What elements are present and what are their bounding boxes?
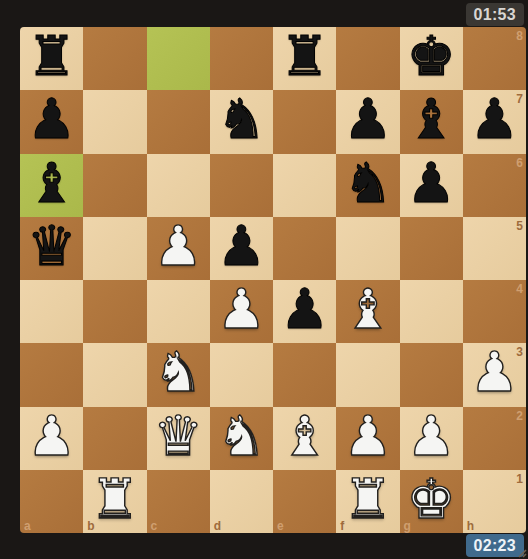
square-h5[interactable]: 5 [463, 217, 526, 280]
piece-white-bishop[interactable]: ♝ [273, 405, 336, 468]
square-h1[interactable]: 1h [463, 470, 526, 533]
square-g3[interactable] [400, 343, 463, 406]
square-e4[interactable]: ♟ [273, 280, 336, 343]
piece-white-pawn[interactable]: ♟ [20, 405, 83, 468]
piece-white-pawn[interactable]: ♟ [400, 405, 463, 468]
square-e3[interactable] [273, 343, 336, 406]
square-g4[interactable] [400, 280, 463, 343]
piece-black-king[interactable]: ♚ [400, 27, 463, 88]
piece-white-knight[interactable]: ♞ [210, 405, 273, 468]
square-b2[interactable] [83, 407, 146, 470]
piece-black-rook[interactable]: ♜ [20, 27, 83, 88]
piece-white-rook[interactable]: ♜ [336, 468, 399, 531]
square-d4[interactable]: ♟ [210, 280, 273, 343]
piece-white-bishop[interactable]: ♝ [336, 278, 399, 341]
square-f1[interactable]: ♜f [336, 470, 399, 533]
file-label-d: d [214, 519, 221, 533]
square-g6[interactable]: ♟ [400, 154, 463, 217]
square-f7[interactable]: ♟ [336, 90, 399, 153]
piece-black-pawn[interactable]: ♟ [336, 88, 399, 151]
piece-black-pawn[interactable]: ♟ [400, 152, 463, 215]
square-g7[interactable]: ♝ [400, 90, 463, 153]
square-g8[interactable]: ♚ [400, 27, 463, 90]
rank-label-5: 5 [516, 219, 523, 233]
piece-black-knight[interactable]: ♞ [210, 88, 273, 151]
square-c3[interactable]: ♞ [147, 343, 210, 406]
square-e1[interactable]: e [273, 470, 336, 533]
square-f3[interactable] [336, 343, 399, 406]
file-label-f: f [340, 519, 344, 533]
square-f5[interactable] [336, 217, 399, 280]
square-a3[interactable] [20, 343, 83, 406]
piece-black-bishop[interactable]: ♝ [20, 152, 83, 215]
piece-white-knight[interactable]: ♞ [147, 341, 210, 404]
piece-white-pawn[interactable]: ♟ [147, 215, 210, 278]
square-h7[interactable]: ♟7 [463, 90, 526, 153]
square-c6[interactable] [147, 154, 210, 217]
square-d7[interactable]: ♞ [210, 90, 273, 153]
square-a6[interactable]: ♝ [20, 154, 83, 217]
square-a7[interactable]: ♟ [20, 90, 83, 153]
rank-label-7: 7 [516, 92, 523, 106]
chess-board: ♜♜♚8♟♞♟♝♟7♝♞♟6♛♟♟5♟♟♝4♞♟3♟♛♞♝♟♟2a♜bcde♜f… [20, 27, 526, 533]
rank-label-3: 3 [516, 345, 523, 359]
square-g1[interactable]: ♚g [400, 470, 463, 533]
square-d5[interactable]: ♟ [210, 217, 273, 280]
square-c7[interactable] [147, 90, 210, 153]
file-label-h: h [467, 519, 474, 533]
square-c2[interactable]: ♛ [147, 407, 210, 470]
square-b3[interactable] [83, 343, 146, 406]
square-d6[interactable] [210, 154, 273, 217]
square-d1[interactable]: d [210, 470, 273, 533]
file-label-e: e [277, 519, 284, 533]
square-e5[interactable] [273, 217, 336, 280]
file-label-b: b [87, 519, 94, 533]
square-a4[interactable] [20, 280, 83, 343]
square-c1[interactable]: c [147, 470, 210, 533]
square-f6[interactable]: ♞ [336, 154, 399, 217]
piece-black-knight[interactable]: ♞ [336, 152, 399, 215]
square-c8[interactable] [147, 27, 210, 90]
square-d3[interactable] [210, 343, 273, 406]
piece-black-rook[interactable]: ♜ [273, 27, 336, 88]
square-a8[interactable]: ♜ [20, 27, 83, 90]
square-h3[interactable]: ♟3 [463, 343, 526, 406]
piece-black-bishop[interactable]: ♝ [400, 88, 463, 151]
file-label-c: c [151, 519, 158, 533]
rank-label-4: 4 [516, 282, 523, 296]
piece-white-pawn[interactable]: ♟ [210, 278, 273, 341]
square-d2[interactable]: ♞ [210, 407, 273, 470]
rank-label-1: 1 [516, 472, 523, 486]
square-a5[interactable]: ♛ [20, 217, 83, 280]
square-a1[interactable]: a [20, 470, 83, 533]
file-label-g: g [404, 519, 411, 533]
square-g5[interactable] [400, 217, 463, 280]
square-c4[interactable] [147, 280, 210, 343]
piece-black-pawn[interactable]: ♟ [210, 215, 273, 278]
board-resize-handle[interactable] [515, 546, 527, 558]
rank-label-2: 2 [516, 409, 523, 423]
square-f4[interactable]: ♝ [336, 280, 399, 343]
square-h6[interactable]: 6 [463, 154, 526, 217]
square-b7[interactable] [83, 90, 146, 153]
file-label-a: a [24, 519, 31, 533]
square-h2[interactable]: 2 [463, 407, 526, 470]
square-f2[interactable]: ♟ [336, 407, 399, 470]
square-h8[interactable]: 8 [463, 27, 526, 90]
piece-white-queen[interactable]: ♛ [147, 405, 210, 468]
square-d8[interactable] [210, 27, 273, 90]
square-e7[interactable] [273, 90, 336, 153]
square-h4[interactable]: 4 [463, 280, 526, 343]
square-g2[interactable]: ♟ [400, 407, 463, 470]
rank-label-8: 8 [516, 29, 523, 43]
piece-white-pawn[interactable]: ♟ [336, 405, 399, 468]
square-b6[interactable] [83, 154, 146, 217]
square-b5[interactable] [83, 217, 146, 280]
rank-label-6: 6 [516, 156, 523, 170]
square-a2[interactable]: ♟ [20, 407, 83, 470]
piece-black-queen[interactable]: ♛ [20, 215, 83, 278]
game-screen: 01:53 ♜♜♚8♟♞♟♝♟7♝♞♟6♛♟♟5♟♟♝4♞♟3♟♛♞♝♟♟2a♜… [0, 0, 528, 559]
piece-black-pawn[interactable]: ♟ [20, 88, 83, 151]
opponent-clock: 01:53 [466, 3, 524, 26]
square-e6[interactable] [273, 154, 336, 217]
square-b4[interactable] [83, 280, 146, 343]
square-e8[interactable]: ♜ [273, 27, 336, 90]
square-c5[interactable]: ♟ [147, 217, 210, 280]
square-e2[interactable]: ♝ [273, 407, 336, 470]
piece-black-pawn[interactable]: ♟ [273, 278, 336, 341]
square-b8[interactable] [83, 27, 146, 90]
square-f8[interactable] [336, 27, 399, 90]
square-b1[interactable]: ♜b [83, 470, 146, 533]
